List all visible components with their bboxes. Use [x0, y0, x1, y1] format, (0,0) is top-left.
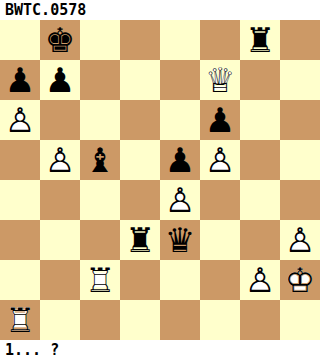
square-e3[interactable]: ♛: [160, 220, 200, 260]
square-c6[interactable]: [80, 100, 120, 140]
square-d1[interactable]: [120, 300, 160, 340]
square-c2[interactable]: ♜♖: [80, 260, 120, 300]
square-c3[interactable]: [80, 220, 120, 260]
square-e5[interactable]: ♟: [160, 140, 200, 180]
white-p-piece-outline: ♙: [40, 140, 80, 180]
square-g8[interactable]: ♜: [240, 20, 280, 60]
square-a8[interactable]: [0, 20, 40, 60]
square-b3[interactable]: [40, 220, 80, 260]
black-p-piece: ♟: [0, 60, 40, 100]
square-b6[interactable]: [40, 100, 80, 140]
black-p-piece: ♟: [160, 140, 200, 180]
square-a2[interactable]: [0, 260, 40, 300]
page-title: BWTC.0578: [0, 0, 320, 20]
square-h8[interactable]: [280, 20, 320, 60]
white-p-piece-outline: ♙: [160, 180, 200, 220]
square-b5[interactable]: ♟♙: [40, 140, 80, 180]
square-d7[interactable]: [120, 60, 160, 100]
white-p-piece-outline: ♙: [200, 140, 240, 180]
square-f6[interactable]: ♟: [200, 100, 240, 140]
white-r-piece-outline: ♖: [80, 260, 120, 300]
black-q-piece: ♛: [160, 220, 200, 260]
square-c1[interactable]: [80, 300, 120, 340]
square-f1[interactable]: [200, 300, 240, 340]
square-a1[interactable]: ♜♖: [0, 300, 40, 340]
square-c8[interactable]: [80, 20, 120, 60]
square-a5[interactable]: [0, 140, 40, 180]
square-a3[interactable]: [0, 220, 40, 260]
white-p-piece-outline: ♙: [0, 100, 40, 140]
square-e2[interactable]: [160, 260, 200, 300]
square-e8[interactable]: [160, 20, 200, 60]
square-d8[interactable]: [120, 20, 160, 60]
square-a6[interactable]: ♟♙: [0, 100, 40, 140]
square-d2[interactable]: [120, 260, 160, 300]
square-d6[interactable]: [120, 100, 160, 140]
square-b2[interactable]: [40, 260, 80, 300]
square-f4[interactable]: [200, 180, 240, 220]
square-h1[interactable]: [280, 300, 320, 340]
square-h5[interactable]: [280, 140, 320, 180]
black-p-piece: ♟: [200, 100, 240, 140]
square-h2[interactable]: ♚♔: [280, 260, 320, 300]
square-h4[interactable]: [280, 180, 320, 220]
square-h3[interactable]: ♟♙: [280, 220, 320, 260]
square-e7[interactable]: [160, 60, 200, 100]
square-f3[interactable]: [200, 220, 240, 260]
square-d3[interactable]: ♜: [120, 220, 160, 260]
square-b4[interactable]: [40, 180, 80, 220]
square-c5[interactable]: ♝: [80, 140, 120, 180]
chess-board: ♚♜♟♟♛♕♟♙♟♟♙♝♟♟♙♟♙♜♛♟♙♜♖♟♙♚♔♜♖: [0, 20, 320, 340]
square-g2[interactable]: ♟♙: [240, 260, 280, 300]
square-e6[interactable]: [160, 100, 200, 140]
square-h6[interactable]: [280, 100, 320, 140]
square-g1[interactable]: [240, 300, 280, 340]
square-e4[interactable]: ♟♙: [160, 180, 200, 220]
square-a4[interactable]: [0, 180, 40, 220]
square-f7[interactable]: ♛♕: [200, 60, 240, 100]
white-q-piece-outline: ♕: [200, 60, 240, 100]
square-b8[interactable]: ♚: [40, 20, 80, 60]
white-p-piece-outline: ♙: [240, 260, 280, 300]
square-b7[interactable]: ♟: [40, 60, 80, 100]
square-b1[interactable]: [40, 300, 80, 340]
black-b-piece: ♝: [80, 140, 120, 180]
square-g3[interactable]: [240, 220, 280, 260]
square-f5[interactable]: ♟♙: [200, 140, 240, 180]
square-g4[interactable]: [240, 180, 280, 220]
square-e1[interactable]: [160, 300, 200, 340]
square-d4[interactable]: [120, 180, 160, 220]
move-prompt: 1... ?: [0, 340, 320, 360]
square-g7[interactable]: [240, 60, 280, 100]
square-c4[interactable]: [80, 180, 120, 220]
black-r-piece: ♜: [120, 220, 160, 260]
square-f8[interactable]: [200, 20, 240, 60]
white-p-piece-outline: ♙: [280, 220, 320, 260]
square-c7[interactable]: [80, 60, 120, 100]
black-k-piece: ♚: [40, 20, 80, 60]
square-d5[interactable]: [120, 140, 160, 180]
black-r-piece: ♜: [240, 20, 280, 60]
white-k-piece-outline: ♔: [280, 260, 320, 300]
square-h7[interactable]: [280, 60, 320, 100]
white-r-piece-outline: ♖: [0, 300, 40, 340]
square-a7[interactable]: ♟: [0, 60, 40, 100]
black-p-piece: ♟: [40, 60, 80, 100]
square-g5[interactable]: [240, 140, 280, 180]
square-g6[interactable]: [240, 100, 280, 140]
square-f2[interactable]: [200, 260, 240, 300]
